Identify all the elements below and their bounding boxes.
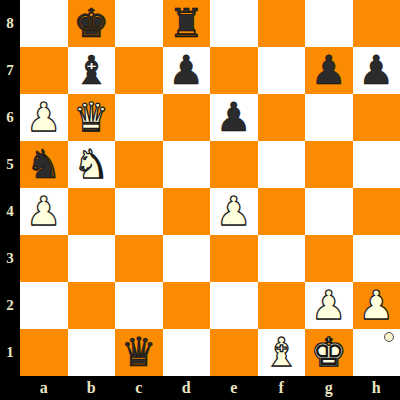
piece-b5-white-knight[interactable]: ♞ bbox=[73, 141, 109, 188]
square-f3[interactable] bbox=[258, 235, 306, 282]
piece-a4-white-pawn[interactable]: ♟ bbox=[26, 188, 62, 235]
square-a5[interactable]: ♞ bbox=[20, 141, 68, 188]
square-f7[interactable] bbox=[258, 47, 306, 94]
square-e8[interactable] bbox=[210, 0, 258, 47]
square-h8[interactable] bbox=[353, 0, 400, 47]
rank-label-2: 2 bbox=[0, 282, 20, 329]
square-f6[interactable] bbox=[258, 94, 306, 141]
square-b8[interactable]: ♚ bbox=[68, 0, 116, 47]
piece-h7-black-pawn[interactable]: ♟ bbox=[358, 47, 394, 94]
square-h5[interactable] bbox=[353, 141, 400, 188]
piece-g7-black-pawn[interactable]: ♟ bbox=[311, 47, 347, 94]
piece-a5-black-knight[interactable]: ♞ bbox=[26, 141, 62, 188]
square-a7[interactable] bbox=[20, 47, 68, 94]
square-a8[interactable] bbox=[20, 0, 68, 47]
chess-board-screenshot: 87654321 ♚♜♝♟♟♟♟♛♟♞♞♟♟♟♟♛♝♚ abcdefgh bbox=[0, 0, 400, 400]
square-h3[interactable] bbox=[353, 235, 400, 282]
square-b3[interactable] bbox=[68, 235, 116, 282]
file-label-f: f bbox=[258, 376, 306, 400]
square-d6[interactable] bbox=[163, 94, 211, 141]
rank-labels: 87654321 bbox=[0, 0, 20, 376]
square-d4[interactable] bbox=[163, 188, 211, 235]
piece-c1-black-queen[interactable]: ♛ bbox=[121, 329, 157, 376]
square-d2[interactable] bbox=[163, 282, 211, 329]
file-labels: abcdefgh bbox=[20, 376, 400, 400]
piece-e4-white-pawn[interactable]: ♟ bbox=[216, 188, 252, 235]
square-f8[interactable] bbox=[258, 0, 306, 47]
piece-b6-white-queen[interactable]: ♛ bbox=[73, 94, 109, 141]
square-c2[interactable] bbox=[115, 282, 163, 329]
piece-b7-black-bishop[interactable]: ♝ bbox=[73, 47, 109, 94]
square-g2[interactable]: ♟ bbox=[305, 282, 353, 329]
square-c1[interactable]: ♛ bbox=[115, 329, 163, 376]
square-d8[interactable]: ♜ bbox=[163, 0, 211, 47]
file-label-a: a bbox=[20, 376, 68, 400]
square-f4[interactable] bbox=[258, 188, 306, 235]
rank-label-5: 5 bbox=[0, 141, 20, 188]
square-g8[interactable] bbox=[305, 0, 353, 47]
file-label-d: d bbox=[163, 376, 211, 400]
square-b2[interactable] bbox=[68, 282, 116, 329]
hint-dot bbox=[384, 332, 394, 342]
square-f1[interactable]: ♝ bbox=[258, 329, 306, 376]
square-a2[interactable] bbox=[20, 282, 68, 329]
square-b6[interactable]: ♛ bbox=[68, 94, 116, 141]
square-e3[interactable] bbox=[210, 235, 258, 282]
piece-b8-black-king[interactable]: ♚ bbox=[73, 0, 109, 47]
rank-label-1: 1 bbox=[0, 329, 20, 376]
piece-a6-white-pawn[interactable]: ♟ bbox=[26, 94, 62, 141]
rank-label-3: 3 bbox=[0, 235, 20, 282]
square-b1[interactable] bbox=[68, 329, 116, 376]
piece-d8-black-rook[interactable]: ♜ bbox=[168, 0, 204, 47]
square-e6[interactable]: ♟ bbox=[210, 94, 258, 141]
square-b7[interactable]: ♝ bbox=[68, 47, 116, 94]
square-a6[interactable]: ♟ bbox=[20, 94, 68, 141]
rank-label-8: 8 bbox=[0, 0, 20, 47]
square-d3[interactable] bbox=[163, 235, 211, 282]
square-c3[interactable] bbox=[115, 235, 163, 282]
rank-label-6: 6 bbox=[0, 94, 20, 141]
square-c6[interactable] bbox=[115, 94, 163, 141]
square-e4[interactable]: ♟ bbox=[210, 188, 258, 235]
square-c5[interactable] bbox=[115, 141, 163, 188]
square-a3[interactable] bbox=[20, 235, 68, 282]
square-c8[interactable] bbox=[115, 0, 163, 47]
square-d1[interactable] bbox=[163, 329, 211, 376]
square-e1[interactable] bbox=[210, 329, 258, 376]
piece-g2-white-pawn[interactable]: ♟ bbox=[311, 282, 347, 329]
square-c7[interactable] bbox=[115, 47, 163, 94]
rank-label-7: 7 bbox=[0, 47, 20, 94]
piece-e6-black-pawn[interactable]: ♟ bbox=[216, 94, 252, 141]
square-b4[interactable] bbox=[68, 188, 116, 235]
piece-h2-white-pawn[interactable]: ♟ bbox=[358, 282, 394, 329]
square-e5[interactable] bbox=[210, 141, 258, 188]
square-g7[interactable]: ♟ bbox=[305, 47, 353, 94]
square-f5[interactable] bbox=[258, 141, 306, 188]
chess-board: ♚♜♝♟♟♟♟♛♟♞♞♟♟♟♟♛♝♚ bbox=[20, 0, 400, 376]
file-label-b: b bbox=[68, 376, 116, 400]
square-h7[interactable]: ♟ bbox=[353, 47, 400, 94]
piece-g1-white-king[interactable]: ♚ bbox=[311, 329, 347, 376]
piece-f1-white-bishop[interactable]: ♝ bbox=[263, 329, 299, 376]
square-g3[interactable] bbox=[305, 235, 353, 282]
square-g6[interactable] bbox=[305, 94, 353, 141]
square-g5[interactable] bbox=[305, 141, 353, 188]
square-a4[interactable]: ♟ bbox=[20, 188, 68, 235]
square-d5[interactable] bbox=[163, 141, 211, 188]
square-e7[interactable] bbox=[210, 47, 258, 94]
file-label-h: h bbox=[353, 376, 400, 400]
square-b5[interactable]: ♞ bbox=[68, 141, 116, 188]
square-d7[interactable]: ♟ bbox=[163, 47, 211, 94]
rank-label-4: 4 bbox=[0, 188, 20, 235]
square-f2[interactable] bbox=[258, 282, 306, 329]
file-label-g: g bbox=[305, 376, 353, 400]
square-g1[interactable]: ♚ bbox=[305, 329, 353, 376]
file-label-c: c bbox=[115, 376, 163, 400]
square-a1[interactable] bbox=[20, 329, 68, 376]
square-h6[interactable] bbox=[353, 94, 400, 141]
square-h2[interactable]: ♟ bbox=[353, 282, 400, 329]
square-e2[interactable] bbox=[210, 282, 258, 329]
file-label-e: e bbox=[210, 376, 258, 400]
square-g4[interactable] bbox=[305, 188, 353, 235]
square-c4[interactable] bbox=[115, 188, 163, 235]
piece-d7-black-pawn[interactable]: ♟ bbox=[168, 47, 204, 94]
square-h4[interactable] bbox=[353, 188, 400, 235]
